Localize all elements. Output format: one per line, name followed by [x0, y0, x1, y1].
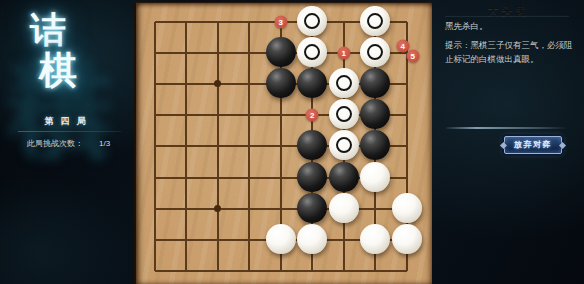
black-stone	[360, 68, 390, 98]
white-stone-marked	[329, 99, 359, 129]
board-cell[interactable]	[297, 68, 329, 99]
panel-divider	[446, 127, 568, 129]
board-cell[interactable]	[297, 6, 329, 37]
white-stone-marked	[297, 6, 327, 36]
board-cell[interactable]: 45	[391, 37, 423, 68]
board-cell[interactable]	[328, 162, 360, 193]
board-cell[interactable]	[360, 37, 392, 68]
board-cell[interactable]	[171, 256, 203, 284]
board-cell[interactable]	[265, 68, 297, 99]
board-cell[interactable]	[297, 162, 329, 193]
white-stone-marked	[329, 68, 359, 98]
board-cell[interactable]	[360, 193, 392, 224]
circle-mark-icon	[367, 13, 383, 29]
info-panel: 大头鬼 黑先杀白。 提示：黑棋三子仅有三气，必须阻止标记的白棋做出真眼。 放弃对…	[440, 0, 584, 284]
board-cell[interactable]	[297, 256, 329, 284]
board-cell[interactable]	[328, 100, 360, 131]
black-stone	[297, 68, 327, 98]
board-cell[interactable]	[202, 100, 234, 131]
board-cell[interactable]	[297, 131, 329, 162]
board-cell[interactable]	[265, 131, 297, 162]
attempts-row: 此局挑战次数： 1/3	[27, 138, 110, 149]
black-stone	[266, 68, 296, 98]
circle-mark-icon	[336, 137, 352, 153]
title-underline	[445, 15, 569, 16]
board-cell[interactable]	[139, 6, 171, 37]
circle-mark-icon	[304, 13, 320, 29]
board-cell[interactable]	[360, 131, 392, 162]
move-number-marker: 2	[306, 109, 319, 122]
board-cell[interactable]	[360, 224, 392, 255]
go-grid: 31452	[139, 6, 423, 284]
board-cell[interactable]	[265, 162, 297, 193]
board-cell[interactable]	[202, 131, 234, 162]
white-stone	[266, 224, 296, 254]
black-stone	[297, 193, 327, 223]
board-cell[interactable]	[328, 224, 360, 255]
board-cell[interactable]	[328, 6, 360, 37]
board-cell[interactable]	[202, 224, 234, 255]
board-cell[interactable]	[171, 100, 203, 131]
board-cell[interactable]	[171, 68, 203, 99]
board-cell[interactable]	[391, 100, 423, 131]
white-stone	[329, 193, 359, 223]
board-cell[interactable]	[139, 100, 171, 131]
board-cell[interactable]	[265, 100, 297, 131]
board-cell[interactable]	[328, 193, 360, 224]
board-cell[interactable]	[265, 224, 297, 255]
board-cell[interactable]	[265, 193, 297, 224]
circle-mark-icon	[367, 44, 383, 60]
board-cell[interactable]	[139, 162, 171, 193]
give-up-button[interactable]: 放弃对弈	[504, 136, 562, 154]
board-cell[interactable]	[297, 193, 329, 224]
board-cell[interactable]	[391, 193, 423, 224]
board-cell[interactable]	[234, 224, 266, 255]
board-cell[interactable]	[234, 68, 266, 99]
hint-text: 提示：黑棋三子仅有三气，必须阻止标记的白棋做出真眼。	[445, 38, 576, 66]
board-cell[interactable]	[391, 162, 423, 193]
black-stone	[266, 37, 296, 67]
attempts-label: 此局挑战次数：	[27, 138, 83, 149]
board-cell[interactable]	[234, 37, 266, 68]
white-stone	[392, 224, 422, 254]
board-cell[interactable]	[234, 162, 266, 193]
board-cell[interactable]	[234, 193, 266, 224]
board-cell[interactable]	[391, 6, 423, 37]
black-stone	[360, 130, 390, 160]
white-stone-marked	[360, 6, 390, 36]
white-stone-marked	[360, 37, 390, 67]
board-cell[interactable]	[139, 131, 171, 162]
black-stone	[297, 162, 327, 192]
round-label: 第四局	[0, 115, 130, 128]
attempts-value: 1/3	[99, 139, 110, 148]
board-cell[interactable]	[360, 162, 392, 193]
board-cell[interactable]	[360, 68, 392, 99]
board-cell[interactable]	[265, 256, 297, 284]
board-cell[interactable]	[171, 162, 203, 193]
board-cell[interactable]	[202, 256, 234, 284]
board-cell[interactable]	[297, 37, 329, 68]
board-cell[interactable]	[139, 256, 171, 284]
star-point	[214, 205, 221, 212]
board-cell[interactable]	[171, 6, 203, 37]
white-stone	[392, 193, 422, 223]
board-cell[interactable]	[171, 37, 203, 68]
board-cell[interactable]: 1	[328, 37, 360, 68]
board-cell[interactable]	[391, 68, 423, 99]
black-stone	[297, 130, 327, 160]
board-cell[interactable]	[139, 193, 171, 224]
board-cell[interactable]	[139, 37, 171, 68]
board-cell[interactable]	[171, 224, 203, 255]
move-number-marker: 5	[406, 49, 419, 62]
board-cell[interactable]	[360, 256, 392, 284]
board-cell[interactable]	[234, 100, 266, 131]
board-cell[interactable]	[202, 68, 234, 99]
move-number-marker: 1	[337, 46, 350, 59]
circle-mark-icon	[336, 106, 352, 122]
board-cell[interactable]	[360, 100, 392, 131]
white-stone	[360, 162, 390, 192]
game-screen: 诘棋 诘 棋 第四局 此局挑战次数： 1/3 31452 大头鬼 黑先杀白。 提…	[0, 0, 584, 284]
black-stone	[360, 99, 390, 129]
board-cell[interactable]: 3	[265, 6, 297, 37]
white-stone-marked	[329, 130, 359, 160]
board-cell[interactable]	[265, 37, 297, 68]
board-cell[interactable]	[234, 256, 266, 284]
star-point	[214, 80, 221, 87]
circle-mark-icon	[336, 75, 352, 91]
white-stone	[360, 224, 390, 254]
board-cell[interactable]	[360, 6, 392, 37]
board-cell[interactable]	[171, 131, 203, 162]
board-cell[interactable]	[202, 193, 234, 224]
board-cell[interactable]	[328, 68, 360, 99]
board-cell[interactable]	[202, 6, 234, 37]
board-cell[interactable]	[328, 131, 360, 162]
objective-text: 黑先杀白。	[445, 21, 488, 33]
board-cell[interactable]: 2	[297, 100, 329, 131]
board-cell[interactable]	[171, 193, 203, 224]
go-board: 31452	[134, 2, 432, 284]
board-cell[interactable]	[391, 131, 423, 162]
sidebar-divider	[18, 131, 121, 132]
board-cell[interactable]	[297, 224, 329, 255]
board-cell[interactable]	[328, 256, 360, 284]
move-number-marker: 3	[274, 15, 287, 28]
board-cell[interactable]	[139, 68, 171, 99]
black-stone	[329, 162, 359, 192]
sidebar: 诘棋 诘 棋 第四局 此局挑战次数： 1/3	[0, 0, 134, 284]
board-cell[interactable]	[202, 37, 234, 68]
board-cell[interactable]	[139, 224, 171, 255]
board-cell[interactable]	[234, 6, 266, 37]
puzzle-title-char-2: 棋	[39, 45, 77, 96]
board-cell[interactable]	[391, 256, 423, 284]
circle-mark-icon	[304, 44, 320, 60]
board-cell[interactable]	[202, 162, 234, 193]
white-stone	[297, 224, 327, 254]
white-stone-marked	[297, 37, 327, 67]
board-cell[interactable]	[234, 131, 266, 162]
board-cell[interactable]	[391, 224, 423, 255]
